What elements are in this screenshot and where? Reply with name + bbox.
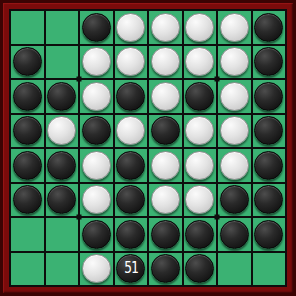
black-disc-h7 xyxy=(254,220,283,249)
cell-g4[interactable] xyxy=(218,115,251,148)
black-disc-h2 xyxy=(254,47,283,76)
cell-c3[interactable] xyxy=(80,80,113,113)
white-disc-e1 xyxy=(151,13,180,42)
cell-b2[interactable] xyxy=(46,46,79,79)
cell-f8[interactable] xyxy=(184,253,217,286)
cell-c2[interactable] xyxy=(80,46,113,79)
cell-d2[interactable] xyxy=(115,46,148,79)
black-disc-h1 xyxy=(254,13,283,42)
board-border-line: 51 xyxy=(9,9,287,287)
cell-h7[interactable] xyxy=(253,218,286,251)
cell-h2[interactable] xyxy=(253,46,286,79)
white-disc-g1 xyxy=(220,13,249,42)
cell-d4[interactable] xyxy=(115,115,148,148)
white-disc-e6 xyxy=(151,185,180,214)
cell-d8[interactable]: 51 xyxy=(115,253,148,286)
black-disc-f3 xyxy=(185,82,214,111)
white-disc-e5 xyxy=(151,151,180,180)
star-point-top-left xyxy=(76,76,81,81)
black-disc-a4 xyxy=(13,116,42,145)
cell-g2[interactable] xyxy=(218,46,251,79)
cell-e3[interactable] xyxy=(149,80,182,113)
white-disc-f6 xyxy=(185,185,214,214)
last-move-number-label: 51 xyxy=(124,261,138,276)
cell-e6[interactable] xyxy=(149,184,182,217)
cell-d3[interactable] xyxy=(115,80,148,113)
white-disc-c5 xyxy=(82,151,111,180)
cell-g5[interactable] xyxy=(218,149,251,182)
cell-f2[interactable] xyxy=(184,46,217,79)
black-disc-f7 xyxy=(185,220,214,249)
cell-e7[interactable] xyxy=(149,218,182,251)
star-point-top-right xyxy=(215,76,220,81)
white-disc-b4 xyxy=(47,116,76,145)
black-disc-d7 xyxy=(116,220,145,249)
cell-e1[interactable] xyxy=(149,11,182,44)
black-disc-a3 xyxy=(13,82,42,111)
black-disc-a5 xyxy=(13,151,42,180)
black-disc-b5 xyxy=(47,151,76,180)
black-disc-g6 xyxy=(220,185,249,214)
cell-a5[interactable] xyxy=(11,149,44,182)
black-disc-e4 xyxy=(151,116,180,145)
cell-a7[interactable] xyxy=(11,218,44,251)
cell-f6[interactable] xyxy=(184,184,217,217)
white-disc-d1 xyxy=(116,13,145,42)
black-disc-b3 xyxy=(47,82,76,111)
board-frame-outer-edge: 51 xyxy=(0,0,296,296)
white-disc-c6 xyxy=(82,185,111,214)
white-disc-c8 xyxy=(82,254,111,283)
cell-a6[interactable] xyxy=(11,184,44,217)
white-disc-f4 xyxy=(185,116,214,145)
white-disc-c3 xyxy=(82,82,111,111)
black-disc-h5 xyxy=(254,151,283,180)
cell-c6[interactable] xyxy=(80,184,113,217)
cell-a2[interactable] xyxy=(11,46,44,79)
cell-g3[interactable] xyxy=(218,80,251,113)
cell-h4[interactable] xyxy=(253,115,286,148)
black-disc-c1 xyxy=(82,13,111,42)
cell-h8[interactable] xyxy=(253,253,286,286)
black-disc-b6 xyxy=(47,185,76,214)
black-disc-d6 xyxy=(116,185,145,214)
cell-f3[interactable] xyxy=(184,80,217,113)
white-disc-f5 xyxy=(185,151,214,180)
cell-b5[interactable] xyxy=(46,149,79,182)
cell-f7[interactable] xyxy=(184,218,217,251)
cell-a3[interactable] xyxy=(11,80,44,113)
black-disc-e8 xyxy=(151,254,180,283)
cell-c1[interactable] xyxy=(80,11,113,44)
cell-a1[interactable] xyxy=(11,11,44,44)
white-disc-e2 xyxy=(151,47,180,76)
cell-b3[interactable] xyxy=(46,80,79,113)
cell-f4[interactable] xyxy=(184,115,217,148)
cell-d7[interactable] xyxy=(115,218,148,251)
cell-h6[interactable] xyxy=(253,184,286,217)
black-disc-a2 xyxy=(13,47,42,76)
black-disc-f8 xyxy=(185,254,214,283)
cell-a8[interactable] xyxy=(11,253,44,286)
cell-c8[interactable] xyxy=(80,253,113,286)
black-disc-h3 xyxy=(254,82,283,111)
othello-board: 51 xyxy=(11,11,285,285)
cell-b6[interactable] xyxy=(46,184,79,217)
cell-c7[interactable] xyxy=(80,218,113,251)
cell-e5[interactable] xyxy=(149,149,182,182)
white-disc-g2 xyxy=(220,47,249,76)
cell-g7[interactable] xyxy=(218,218,251,251)
star-point-bottom-left xyxy=(76,215,81,220)
cell-b4[interactable] xyxy=(46,115,79,148)
white-disc-f2 xyxy=(185,47,214,76)
white-disc-e3 xyxy=(151,82,180,111)
star-point-bottom-right xyxy=(215,215,220,220)
black-disc-d3 xyxy=(116,82,145,111)
cell-e4[interactable] xyxy=(149,115,182,148)
black-disc-d5 xyxy=(116,151,145,180)
cell-b1[interactable] xyxy=(46,11,79,44)
white-disc-g4 xyxy=(220,116,249,145)
white-disc-d2 xyxy=(116,47,145,76)
cell-d1[interactable] xyxy=(115,11,148,44)
cell-b7[interactable] xyxy=(46,218,79,251)
cell-e2[interactable] xyxy=(149,46,182,79)
cell-h5[interactable] xyxy=(253,149,286,182)
white-disc-d4 xyxy=(116,116,145,145)
board-frame: 51 xyxy=(3,3,293,293)
cell-g6[interactable] xyxy=(218,184,251,217)
black-disc-c4 xyxy=(82,116,111,145)
cell-d5[interactable] xyxy=(115,149,148,182)
cell-h1[interactable] xyxy=(253,11,286,44)
cell-g1[interactable] xyxy=(218,11,251,44)
cell-c4[interactable] xyxy=(80,115,113,148)
cell-e8[interactable] xyxy=(149,253,182,286)
white-disc-c2 xyxy=(82,47,111,76)
cell-g8[interactable] xyxy=(218,253,251,286)
white-disc-g3 xyxy=(220,82,249,111)
cell-d6[interactable] xyxy=(115,184,148,217)
black-disc-e7 xyxy=(151,220,180,249)
white-disc-f1 xyxy=(185,13,214,42)
cell-a4[interactable] xyxy=(11,115,44,148)
black-disc-d8: 51 xyxy=(116,254,145,283)
black-disc-c7 xyxy=(82,220,111,249)
white-disc-g5 xyxy=(220,151,249,180)
black-disc-a6 xyxy=(13,185,42,214)
black-disc-h6 xyxy=(254,185,283,214)
black-disc-h4 xyxy=(254,116,283,145)
black-disc-g7 xyxy=(220,220,249,249)
cell-c5[interactable] xyxy=(80,149,113,182)
cell-f1[interactable] xyxy=(184,11,217,44)
cell-f5[interactable] xyxy=(184,149,217,182)
cell-h3[interactable] xyxy=(253,80,286,113)
cell-b8[interactable] xyxy=(46,253,79,286)
